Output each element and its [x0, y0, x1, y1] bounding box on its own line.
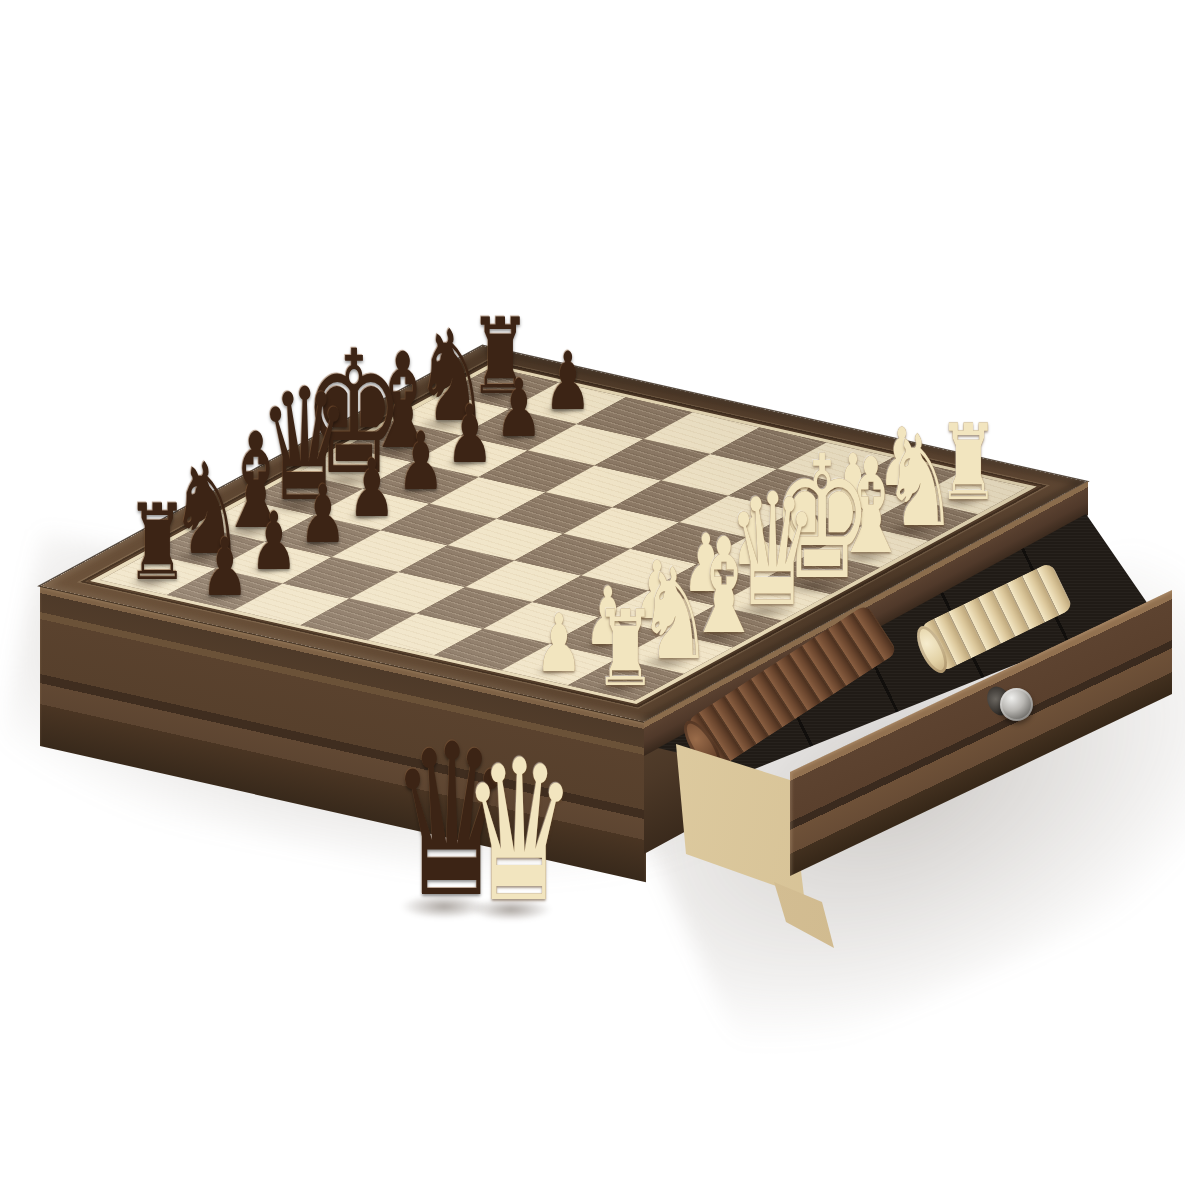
piece-black-pawn-b7[interactable]: ♟ [247, 512, 300, 573]
product-photo-chess-box: ♜♟♞♟♝♟♚♟♟♜♛♟♟♞♝♟♟♝♞♟♟♚♜♟♟♛♟♝♟♞♟♜♛♛ [0, 0, 1185, 1184]
piece-black-pawn-d7[interactable]: ♟ [345, 459, 398, 520]
piece-black-rook-a8[interactable]: ♜ [123, 504, 192, 584]
piece-white-pawn-a2[interactable]: ♟ [533, 614, 586, 675]
piece-black-pawn-g7[interactable]: ♟ [492, 379, 545, 440]
piece-black-pawn-c7[interactable]: ♟ [296, 485, 349, 546]
piece-black-pawn-e7[interactable]: ♟ [394, 432, 447, 493]
piece-white-rook-a1[interactable]: ♜ [591, 610, 660, 690]
piece-black-pawn-h7[interactable]: ♟ [541, 352, 594, 413]
drawer-knob[interactable] [1000, 688, 1033, 721]
spare-piece-white-queen[interactable]: ♛ [455, 758, 584, 906]
piece-black-pawn-f7[interactable]: ♟ [443, 405, 496, 466]
piece-black-pawn-a7[interactable]: ♟ [198, 538, 251, 599]
